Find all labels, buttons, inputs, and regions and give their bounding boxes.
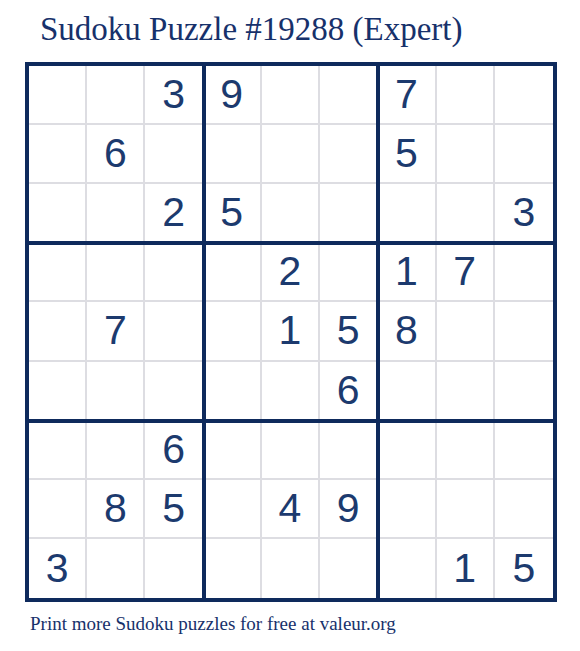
box-divider-horizontal-2 bbox=[29, 419, 553, 423]
cell-r6c1 bbox=[29, 362, 87, 421]
cell-r7c7 bbox=[378, 421, 436, 480]
cell-r5c5: 1 bbox=[262, 302, 320, 361]
box-divider-horizontal-1 bbox=[29, 241, 553, 245]
cell-r3c8 bbox=[437, 184, 495, 243]
cell-r8c2: 8 bbox=[87, 480, 145, 539]
cell-r9c2 bbox=[87, 539, 145, 598]
cell-r5c9 bbox=[495, 302, 553, 361]
cell-r9c4 bbox=[204, 539, 262, 598]
cell-r5c6: 5 bbox=[320, 302, 378, 361]
cell-r7c9 bbox=[495, 421, 553, 480]
box-divider-vertical-1 bbox=[202, 66, 206, 598]
cell-r8c1 bbox=[29, 480, 87, 539]
cell-r6c6: 6 bbox=[320, 362, 378, 421]
cell-r7c3: 6 bbox=[145, 421, 203, 480]
cell-r1c4: 9 bbox=[204, 66, 262, 125]
cell-r9c1: 3 bbox=[29, 539, 87, 598]
cell-r4c7: 1 bbox=[378, 243, 436, 302]
cell-r5c7: 8 bbox=[378, 302, 436, 361]
cell-r8c8 bbox=[437, 480, 495, 539]
cell-r6c8 bbox=[437, 362, 495, 421]
cell-r8c6: 9 bbox=[320, 480, 378, 539]
cell-r4c5: 2 bbox=[262, 243, 320, 302]
cell-r9c5 bbox=[262, 539, 320, 598]
cell-r4c8: 7 bbox=[437, 243, 495, 302]
sudoku-board: 397652532177158668549315 bbox=[25, 62, 557, 602]
cell-r4c9 bbox=[495, 243, 553, 302]
cell-r3c2 bbox=[87, 184, 145, 243]
cell-r1c2 bbox=[87, 66, 145, 125]
cell-r8c9 bbox=[495, 480, 553, 539]
cell-r7c1 bbox=[29, 421, 87, 480]
cell-r5c8 bbox=[437, 302, 495, 361]
cell-r4c1 bbox=[29, 243, 87, 302]
cell-r4c4 bbox=[204, 243, 262, 302]
footer-text: Print more Sudoku puzzles for free at va… bbox=[30, 613, 396, 635]
cell-r1c9 bbox=[495, 66, 553, 125]
cell-r2c1 bbox=[29, 125, 87, 184]
cell-r7c8 bbox=[437, 421, 495, 480]
cell-r9c6 bbox=[320, 539, 378, 598]
cell-r9c3 bbox=[145, 539, 203, 598]
cell-r6c3 bbox=[145, 362, 203, 421]
cell-r3c4: 5 bbox=[204, 184, 262, 243]
cell-r3c9: 3 bbox=[495, 184, 553, 243]
cell-r7c6 bbox=[320, 421, 378, 480]
cell-r2c2: 6 bbox=[87, 125, 145, 184]
cell-r2c8 bbox=[437, 125, 495, 184]
cell-r3c7 bbox=[378, 184, 436, 243]
cell-r2c3 bbox=[145, 125, 203, 184]
sudoku-page: Sudoku Puzzle #19288 (Expert) 3976525321… bbox=[0, 0, 580, 651]
cell-r1c6 bbox=[320, 66, 378, 125]
cell-r3c5 bbox=[262, 184, 320, 243]
cell-r8c3: 5 bbox=[145, 480, 203, 539]
cell-r3c6 bbox=[320, 184, 378, 243]
cell-r8c4 bbox=[204, 480, 262, 539]
cell-r5c3 bbox=[145, 302, 203, 361]
cell-r1c3: 3 bbox=[145, 66, 203, 125]
cell-r4c6 bbox=[320, 243, 378, 302]
cell-r6c7 bbox=[378, 362, 436, 421]
cell-r4c3 bbox=[145, 243, 203, 302]
cell-r9c8: 1 bbox=[437, 539, 495, 598]
cell-r5c2: 7 bbox=[87, 302, 145, 361]
page-title: Sudoku Puzzle #19288 (Expert) bbox=[40, 11, 463, 48]
cell-r6c9 bbox=[495, 362, 553, 421]
cell-r2c4 bbox=[204, 125, 262, 184]
cell-r1c8 bbox=[437, 66, 495, 125]
cell-r2c5 bbox=[262, 125, 320, 184]
cell-r8c5: 4 bbox=[262, 480, 320, 539]
cell-r1c7: 7 bbox=[378, 66, 436, 125]
cell-r4c2 bbox=[87, 243, 145, 302]
cell-r6c2 bbox=[87, 362, 145, 421]
cell-grid: 397652532177158668549315 bbox=[29, 66, 553, 598]
cell-r1c1 bbox=[29, 66, 87, 125]
cell-r1c5 bbox=[262, 66, 320, 125]
cell-r3c3: 2 bbox=[145, 184, 203, 243]
cell-r2c9 bbox=[495, 125, 553, 184]
cell-r3c1 bbox=[29, 184, 87, 243]
cell-r6c5 bbox=[262, 362, 320, 421]
cell-r6c4 bbox=[204, 362, 262, 421]
cell-r7c2 bbox=[87, 421, 145, 480]
cell-r9c9: 5 bbox=[495, 539, 553, 598]
cell-r2c7: 5 bbox=[378, 125, 436, 184]
cell-r7c4 bbox=[204, 421, 262, 480]
box-divider-vertical-2 bbox=[376, 66, 380, 598]
cell-r2c6 bbox=[320, 125, 378, 184]
cell-r8c7 bbox=[378, 480, 436, 539]
cell-r9c7 bbox=[378, 539, 436, 598]
cell-r5c1 bbox=[29, 302, 87, 361]
cell-r5c4 bbox=[204, 302, 262, 361]
cell-r7c5 bbox=[262, 421, 320, 480]
